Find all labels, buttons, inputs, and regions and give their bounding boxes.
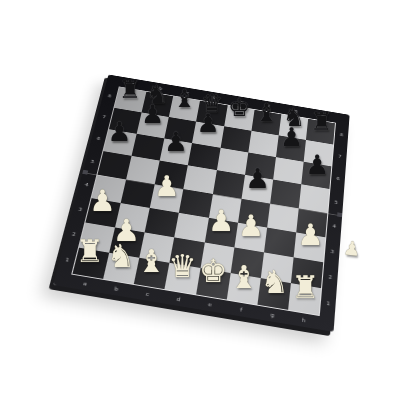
coordinate-label: 1	[322, 289, 335, 318]
white-bishop-c1[interactable]: ♝	[137, 246, 165, 278]
coordinate-label: 3	[326, 238, 338, 265]
black-rook-h8[interactable]: ♜	[310, 109, 332, 134]
chess-set-photo: abcdefgh abcdefgh 87654321 87654321 ♜♞♝♛…	[0, 0, 400, 400]
white-knight-b1[interactable]: ♞	[107, 241, 135, 273]
black-pawn-f5[interactable]: ♟	[245, 165, 270, 193]
black-bishop-c8[interactable]: ♝	[173, 86, 195, 111]
black-rook-a8[interactable]: ♜	[119, 77, 141, 102]
coordinate-label: 7	[334, 145, 345, 169]
coordinate-label: 8	[336, 123, 347, 146]
white-bishop-f1[interactable]: ♝	[230, 262, 258, 294]
white-pawn-c4[interactable]: ♟	[154, 173, 180, 202]
black-pawn-c6[interactable]: ♟	[164, 128, 188, 155]
white-pawn-h3[interactable]: ♟	[297, 221, 323, 251]
black-king-e8[interactable]: ♚	[228, 95, 250, 120]
white-king-e1[interactable]: ♚	[199, 256, 227, 288]
black-pawn-g7[interactable]: ♟	[280, 125, 303, 151]
white-pawn-a3[interactable]: ♟	[89, 187, 115, 217]
black-pawn-b7[interactable]: ♟	[141, 102, 164, 128]
white-queen-d1[interactable]: ♛	[168, 251, 196, 283]
coordinate-label: 2	[324, 263, 336, 291]
coordinate-label: 4	[328, 213, 340, 239]
white-rook-h1[interactable]: ♜	[291, 272, 319, 304]
coordinate-label: 5	[330, 190, 342, 215]
captured-white-pawn[interactable]: ♟	[343, 238, 362, 259]
white-knight-g1[interactable]: ♞	[261, 267, 289, 299]
hinge-right	[337, 212, 342, 217]
black-pawn-d7[interactable]: ♟	[197, 111, 220, 137]
black-bishop-f8[interactable]: ♝	[255, 100, 277, 125]
white-pawn-e3[interactable]: ♟	[208, 207, 234, 237]
hinge-left	[82, 170, 88, 175]
black-pawn-a6[interactable]: ♟	[107, 119, 131, 146]
white-pawn-f3[interactable]: ♟	[238, 212, 264, 242]
coordinate-label: 6	[332, 167, 343, 192]
black-pawn-h6[interactable]: ♟	[305, 152, 329, 179]
white-rook-a1[interactable]: ♜	[76, 236, 104, 268]
